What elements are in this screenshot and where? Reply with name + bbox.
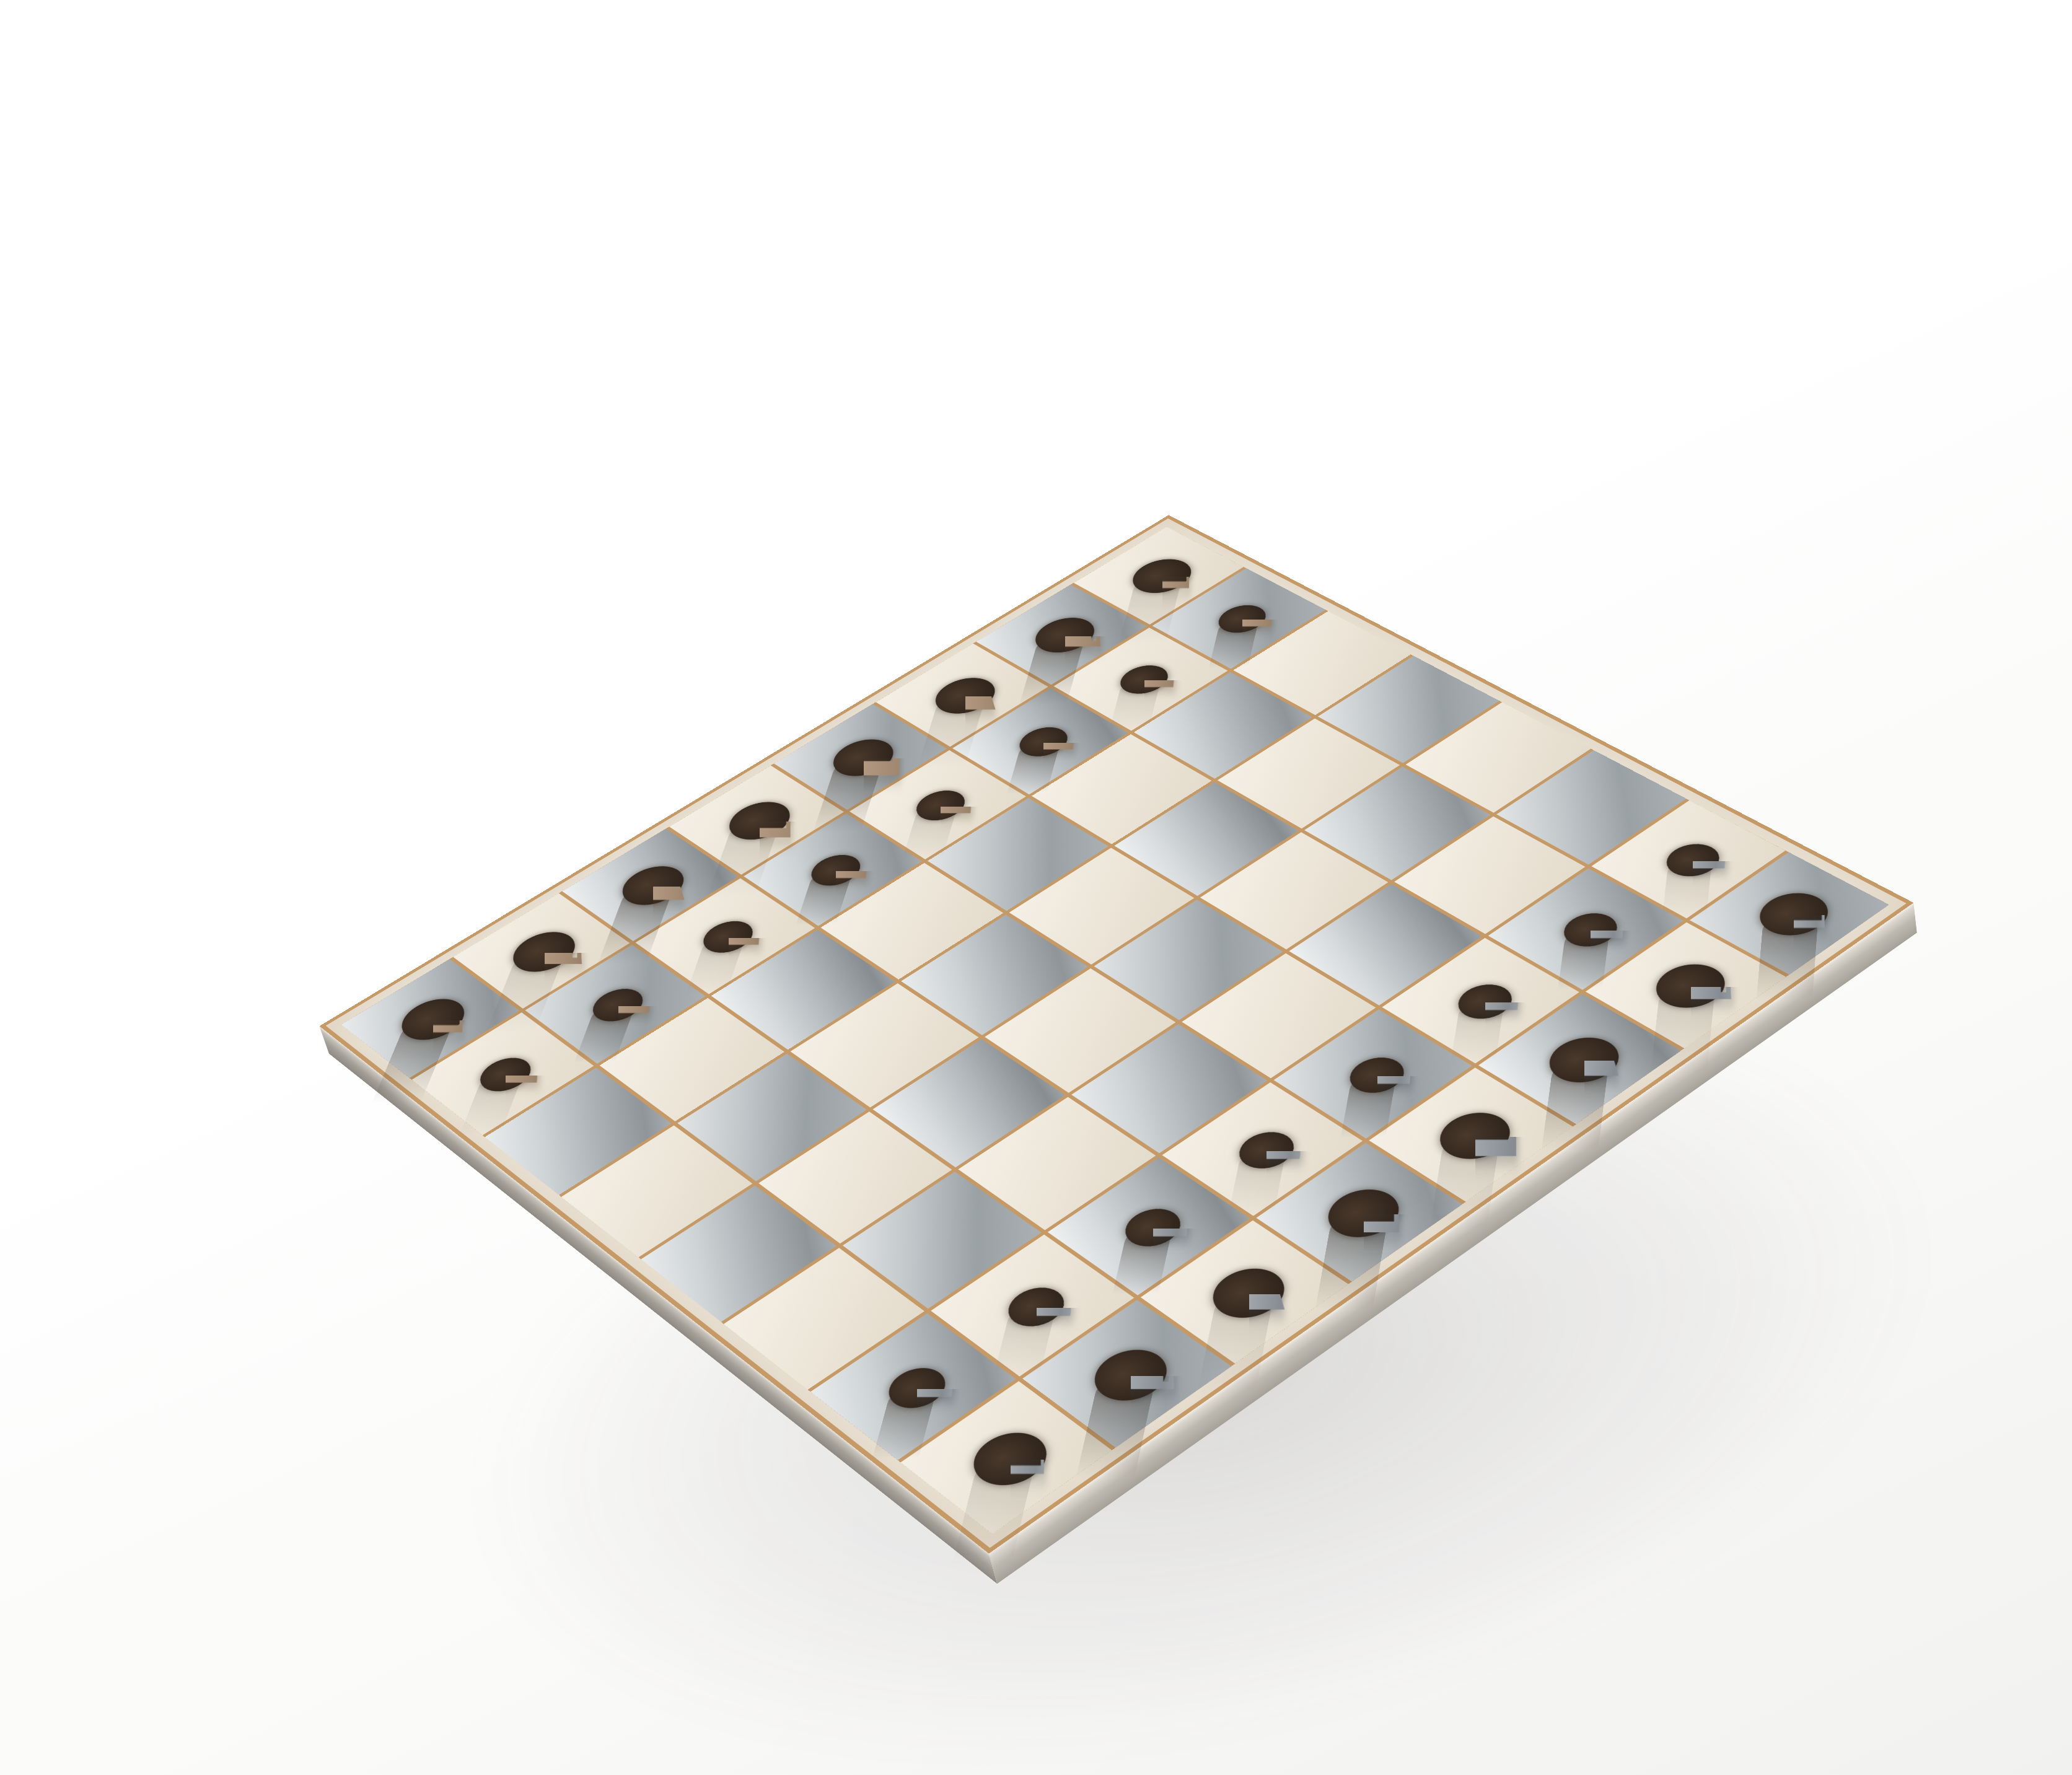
board-top-frame: ♜♞♝♛♚♝♞♜♟♟♟♟♟♟♟♟♟♟♟♟♟♟♟♟♜♞♝♛♚♝♞♜ (319, 515, 1913, 1553)
photo-backdrop: ♜♞♝♛♚♝♞♜♟♟♟♟♟♟♟♟♟♟♟♟♟♟♟♟♜♞♝♛♚♝♞♜ (0, 0, 2072, 1775)
board-grid: ♜♞♝♛♚♝♞♜♟♟♟♟♟♟♟♟♟♟♟♟♟♟♟♟♜♞♝♛♚♝♞♜ (341, 527, 1889, 1534)
chess-board: ♜♞♝♛♚♝♞♜♟♟♟♟♟♟♟♟♟♟♟♟♟♟♟♟♜♞♝♛♚♝♞♜ (319, 515, 1913, 1553)
scene-3d: ♜♞♝♛♚♝♞♜♟♟♟♟♟♟♟♟♟♟♟♟♟♟♟♟♜♞♝♛♚♝♞♜ (0, 0, 2072, 1775)
